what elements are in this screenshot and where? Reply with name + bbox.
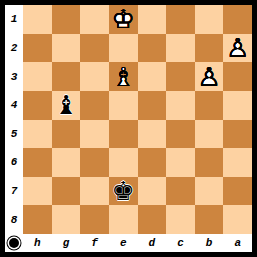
rank-label-2: 2 — [5, 34, 23, 63]
square-c6[interactable] — [166, 148, 195, 177]
square-g6[interactable] — [52, 148, 81, 177]
rank-label-1: 1 — [5, 5, 23, 34]
file-label-f: f — [80, 234, 109, 252]
square-c7[interactable] — [166, 177, 195, 206]
square-d4[interactable] — [138, 91, 167, 120]
square-c3[interactable] — [166, 62, 195, 91]
diagram-inner: 12345678 ♚♔♟♙♝♗♟♙♝♚ hgfedcba — [5, 5, 252, 252]
rank-label-6: 6 — [5, 148, 23, 177]
square-f8[interactable] — [80, 205, 109, 234]
black-bishop-icon: ♝ — [54, 92, 77, 118]
square-e4[interactable] — [109, 91, 138, 120]
square-h4[interactable] — [23, 91, 52, 120]
square-a7[interactable] — [223, 177, 252, 206]
piece-white-bishop-e3[interactable]: ♝♗ — [109, 62, 138, 91]
black-king-icon: ♚ — [112, 178, 135, 204]
square-c2[interactable] — [166, 34, 195, 63]
white-pawn-icon: ♙ — [226, 35, 249, 61]
square-d8[interactable] — [138, 205, 167, 234]
square-f6[interactable] — [80, 148, 109, 177]
turn-indicator-corner — [5, 234, 23, 252]
white-bishop-icon: ♗ — [112, 64, 135, 90]
square-c8[interactable] — [166, 205, 195, 234]
square-g7[interactable] — [52, 177, 81, 206]
rank-strip: 12345678 — [5, 5, 23, 234]
square-a1[interactable] — [223, 5, 252, 34]
square-f2[interactable] — [80, 34, 109, 63]
black-to-move-indicator-icon — [9, 238, 19, 248]
square-b2[interactable] — [195, 34, 224, 63]
square-f7[interactable] — [80, 177, 109, 206]
square-h6[interactable] — [23, 148, 52, 177]
square-b3[interactable]: ♟♙ — [195, 62, 224, 91]
square-g1[interactable] — [52, 5, 81, 34]
square-a8[interactable] — [223, 205, 252, 234]
square-d2[interactable] — [138, 34, 167, 63]
file-label-a: a — [223, 234, 252, 252]
white-pawn-icon: ♙ — [197, 64, 220, 90]
square-g2[interactable] — [52, 34, 81, 63]
square-e2[interactable] — [109, 34, 138, 63]
square-e6[interactable] — [109, 148, 138, 177]
square-d6[interactable] — [138, 148, 167, 177]
square-b1[interactable] — [195, 5, 224, 34]
square-g5[interactable] — [52, 120, 81, 149]
square-f4[interactable] — [80, 91, 109, 120]
board: ♚♔♟♙♝♗♟♙♝♚ — [23, 5, 252, 234]
piece-white-pawn-b3[interactable]: ♟♙ — [195, 62, 224, 91]
rank-label-7: 7 — [5, 177, 23, 206]
square-d7[interactable] — [138, 177, 167, 206]
square-b7[interactable] — [195, 177, 224, 206]
file-label-g: g — [52, 234, 81, 252]
square-c1[interactable] — [166, 5, 195, 34]
square-g3[interactable] — [52, 62, 81, 91]
square-g8[interactable] — [52, 205, 81, 234]
rank-label-4: 4 — [5, 91, 23, 120]
square-d5[interactable] — [138, 120, 167, 149]
chess-diagram: 12345678 ♚♔♟♙♝♗♟♙♝♚ hgfedcba — [0, 0, 257, 257]
file-label-h: h — [23, 234, 52, 252]
white-king-icon: ♔ — [112, 6, 135, 32]
square-b4[interactable] — [195, 91, 224, 120]
square-a6[interactable] — [223, 148, 252, 177]
piece-white-king-e1[interactable]: ♚♔ — [109, 5, 138, 34]
square-e1[interactable]: ♚♔ — [109, 5, 138, 34]
square-a4[interactable] — [223, 91, 252, 120]
file-label-b: b — [195, 234, 224, 252]
square-c5[interactable] — [166, 120, 195, 149]
piece-black-bishop-g4[interactable]: ♝ — [52, 91, 81, 120]
square-h3[interactable] — [23, 62, 52, 91]
square-h2[interactable] — [23, 34, 52, 63]
square-b5[interactable] — [195, 120, 224, 149]
rank-label-5: 5 — [5, 120, 23, 149]
square-f1[interactable] — [80, 5, 109, 34]
square-e5[interactable] — [109, 120, 138, 149]
file-label-c: c — [166, 234, 195, 252]
rank-label-8: 8 — [5, 205, 23, 234]
square-b6[interactable] — [195, 148, 224, 177]
file-strip: hgfedcba — [23, 234, 252, 252]
square-a3[interactable] — [223, 62, 252, 91]
square-e3[interactable]: ♝♗ — [109, 62, 138, 91]
square-c4[interactable] — [166, 91, 195, 120]
square-e7[interactable]: ♚ — [109, 177, 138, 206]
square-g4[interactable]: ♝ — [52, 91, 81, 120]
square-d3[interactable] — [138, 62, 167, 91]
square-h7[interactable] — [23, 177, 52, 206]
square-h8[interactable] — [23, 205, 52, 234]
square-e8[interactable] — [109, 205, 138, 234]
square-a5[interactable] — [223, 120, 252, 149]
square-h1[interactable] — [23, 5, 52, 34]
file-label-e: e — [109, 234, 138, 252]
piece-white-pawn-a2[interactable]: ♟♙ — [223, 34, 252, 63]
square-a2[interactable]: ♟♙ — [223, 34, 252, 63]
piece-black-king-e7[interactable]: ♚ — [109, 177, 138, 206]
square-f5[interactable] — [80, 120, 109, 149]
file-label-d: d — [138, 234, 167, 252]
square-h5[interactable] — [23, 120, 52, 149]
square-f3[interactable] — [80, 62, 109, 91]
square-b8[interactable] — [195, 205, 224, 234]
square-d1[interactable] — [138, 5, 167, 34]
rank-label-3: 3 — [5, 62, 23, 91]
